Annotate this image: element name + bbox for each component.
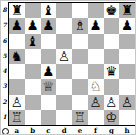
square-c4[interactable]: ♟ (41, 64, 57, 79)
black-bishop: ♝ (27, 34, 39, 49)
white-pawn: ♙ (105, 95, 117, 110)
square-e7[interactable]: ♗ (72, 18, 88, 33)
square-a2[interactable]: ♙ (9, 95, 25, 110)
square-c6[interactable] (41, 34, 57, 49)
white-pawn: ♙ (11, 95, 23, 110)
square-d7[interactable] (56, 18, 72, 33)
square-b4[interactable] (25, 64, 41, 79)
square-e2[interactable] (72, 95, 88, 110)
square-c8[interactable]: ♝ (41, 3, 57, 18)
square-a8[interactable]: ♜ (9, 3, 25, 18)
square-b3[interactable] (25, 79, 41, 94)
square-h5[interactable] (119, 49, 135, 64)
file-label-g: g (104, 127, 120, 135)
rank-label-1: 1 (1, 109, 8, 124)
black-rook: ♜ (121, 3, 133, 18)
black-pawn: ♟ (90, 18, 102, 33)
square-d4[interactable] (56, 64, 72, 79)
square-g7[interactable] (104, 18, 120, 33)
white-to-move-indicator (2, 128, 9, 135)
square-d2[interactable] (56, 95, 72, 110)
white-pawn: ♙ (121, 95, 133, 110)
square-f8[interactable] (88, 3, 104, 18)
square-b8[interactable] (25, 3, 41, 18)
rank-label-4: 4 (1, 63, 8, 78)
rank-label-6: 6 (1, 33, 8, 48)
square-d6[interactable] (56, 34, 72, 49)
white-pawn: ♙ (58, 49, 70, 64)
file-label-b: b (25, 127, 41, 135)
white-rook: ♖ (74, 110, 86, 125)
square-h8[interactable]: ♜ (119, 3, 135, 18)
rank-label-8: 8 (1, 2, 8, 17)
square-g5[interactable] (104, 49, 120, 64)
square-c7[interactable]: ♟ (41, 18, 57, 33)
square-g2[interactable]: ♙ (104, 95, 120, 110)
black-bishop: ♝ (42, 3, 54, 18)
square-b1[interactable] (25, 110, 41, 125)
square-g6[interactable] (104, 34, 120, 49)
rank-labels: 87654321 (1, 2, 8, 124)
square-e3[interactable] (72, 79, 88, 94)
square-c2[interactable] (41, 95, 57, 110)
black-pawn: ♟ (42, 18, 54, 33)
square-e1[interactable]: ♖ (72, 110, 88, 125)
black-pawn: ♟ (27, 18, 39, 33)
black-king: ♚ (105, 3, 117, 18)
square-d8[interactable] (56, 3, 72, 18)
square-b6[interactable]: ♝ (25, 34, 41, 49)
square-g3[interactable] (104, 79, 120, 94)
square-g1[interactable]: ♔ (104, 110, 120, 125)
file-label-c: c (41, 127, 57, 135)
square-a5[interactable]: ♞ (9, 49, 25, 64)
file-label-h: h (119, 127, 135, 135)
square-a3[interactable] (9, 79, 25, 94)
black-pawn: ♟ (121, 18, 133, 33)
white-pawn: ♙ (90, 95, 102, 110)
square-g8[interactable]: ♚ (104, 3, 120, 18)
file-label-e: e (72, 127, 88, 135)
file-label-f: f (88, 127, 104, 135)
square-d3[interactable] (56, 79, 72, 94)
square-b2[interactable] (25, 95, 41, 110)
white-knight: ♘ (90, 79, 102, 94)
black-pawn: ♟ (11, 18, 23, 33)
square-d5[interactable]: ♙ (56, 49, 72, 64)
square-e8[interactable] (72, 3, 88, 18)
square-f7[interactable]: ♟ (88, 18, 104, 33)
rank-label-5: 5 (1, 48, 8, 63)
square-h1[interactable] (119, 110, 135, 125)
square-f2[interactable]: ♙ (88, 95, 104, 110)
square-b7[interactable]: ♟ (25, 18, 41, 33)
square-a6[interactable] (9, 34, 25, 49)
file-labels: abcdefgh (9, 127, 135, 135)
square-c1[interactable] (41, 110, 57, 125)
white-bishop: ♗ (74, 18, 86, 33)
square-h3[interactable] (119, 79, 135, 94)
white-queen: ♕ (42, 79, 54, 94)
square-g4[interactable]: ♛ (104, 64, 120, 79)
square-c3[interactable]: ♕ (41, 79, 57, 94)
square-h7[interactable]: ♟ (119, 18, 135, 33)
board: ♜♝♚♜♟♟♟♗♟♟♝♞♙♟♛♕♘♙♙♙♙♖♖♔ (8, 2, 136, 126)
square-h4[interactable] (119, 64, 135, 79)
square-h2[interactable]: ♙ (119, 95, 135, 110)
square-a4[interactable] (9, 64, 25, 79)
square-c5[interactable] (41, 49, 57, 64)
square-e4[interactable] (72, 64, 88, 79)
chess-diagram: 87654321 ♜♝♚♜♟♟♟♗♟♟♝♞♙♟♛♕♘♙♙♙♙♖♖♔ abcdef… (0, 0, 136, 135)
square-f3[interactable]: ♘ (88, 79, 104, 94)
square-h6[interactable] (119, 34, 135, 49)
file-label-d: d (56, 127, 72, 135)
white-rook: ♖ (11, 110, 23, 125)
square-f1[interactable] (88, 110, 104, 125)
square-f6[interactable] (88, 34, 104, 49)
rank-label-3: 3 (1, 78, 8, 93)
square-b5[interactable] (25, 49, 41, 64)
square-a1[interactable]: ♖ (9, 110, 25, 125)
rank-label-2: 2 (1, 94, 8, 109)
black-knight: ♞ (11, 49, 23, 64)
black-pawn: ♟ (42, 64, 54, 79)
square-d1[interactable] (56, 110, 72, 125)
black-queen: ♛ (105, 64, 117, 79)
black-rook: ♜ (11, 3, 23, 18)
rank-label-7: 7 (1, 17, 8, 32)
square-a7[interactable]: ♟ (9, 18, 25, 33)
square-e5[interactable] (72, 49, 88, 64)
white-king: ♔ (105, 110, 117, 125)
square-f5[interactable] (88, 49, 104, 64)
file-label-a: a (9, 127, 25, 135)
square-e6[interactable] (72, 34, 88, 49)
square-f4[interactable] (88, 64, 104, 79)
